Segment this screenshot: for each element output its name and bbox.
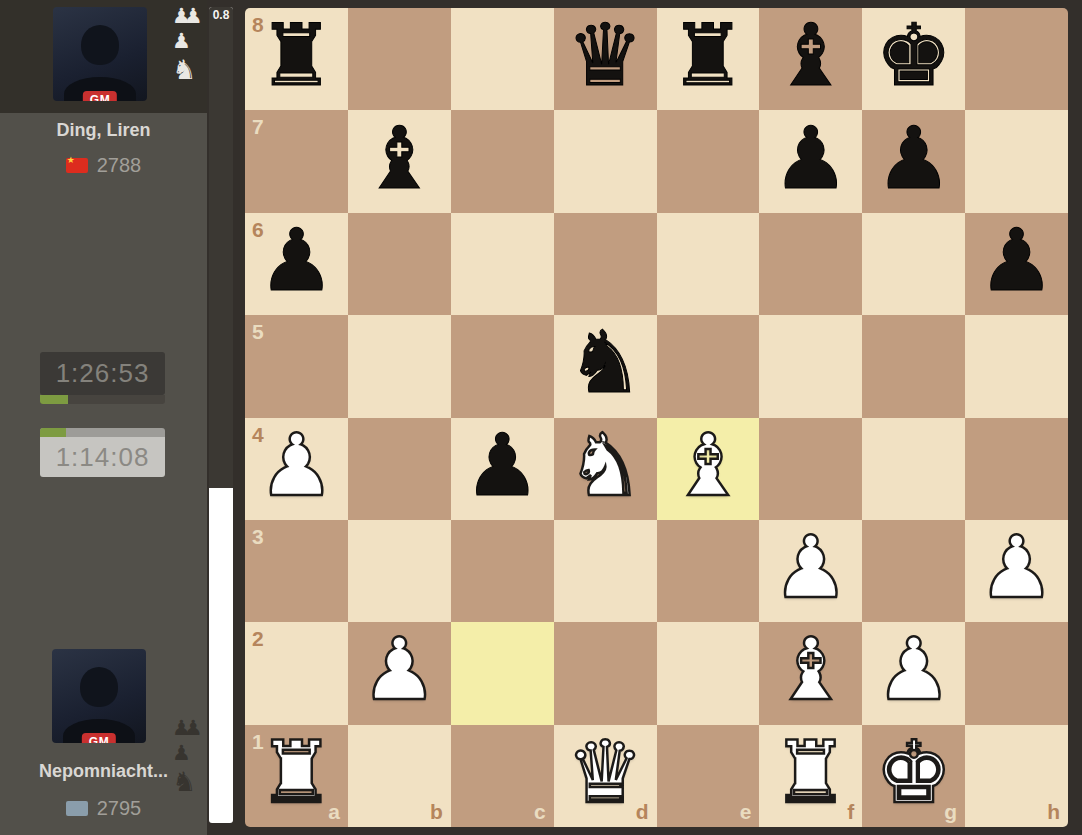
- piece-black-queen[interactable]: ♛: [567, 12, 644, 98]
- file-label-c: c: [534, 801, 546, 822]
- neutral-flag-icon: [66, 801, 88, 816]
- top-player-time-progressbar: [40, 395, 165, 404]
- square-g4[interactable]: [862, 418, 965, 520]
- square-b4[interactable]: [348, 418, 451, 520]
- top-player-clock: 1:26:53: [40, 352, 165, 395]
- square-b7[interactable]: ♝: [348, 110, 451, 212]
- captured-pawn-x2-icon: ♟♟: [172, 6, 196, 27]
- square-b3[interactable]: [348, 520, 451, 622]
- square-c7[interactable]: [451, 110, 554, 212]
- piece-white-pawn[interactable]: ♟: [978, 524, 1055, 610]
- avatar-silhouette-head: [81, 25, 119, 65]
- piece-white-pawn[interactable]: ♟: [875, 626, 952, 712]
- top-player-rating: 2788: [97, 154, 142, 177]
- square-f8[interactable]: ♝: [759, 8, 862, 110]
- file-label-h: h: [1047, 801, 1060, 822]
- square-a1[interactable]: 1a♜: [245, 725, 348, 827]
- top-player-flag-rating: ★ 2788: [0, 154, 207, 177]
- bottom-player-title-badge: GM: [82, 733, 116, 743]
- square-g3[interactable]: [862, 520, 965, 622]
- square-d4[interactable]: ♞: [554, 418, 657, 520]
- square-e3[interactable]: [657, 520, 760, 622]
- square-a4[interactable]: 4♟: [245, 418, 348, 520]
- square-c3[interactable]: [451, 520, 554, 622]
- captured-knight-icon: ♞: [172, 56, 189, 83]
- bottom-player-avatar: GM: [52, 649, 146, 743]
- piece-black-king[interactable]: ♚: [875, 12, 952, 98]
- square-d6[interactable]: [554, 213, 657, 315]
- square-e7[interactable]: [657, 110, 760, 212]
- square-c5[interactable]: [451, 315, 554, 417]
- piece-black-knight[interactable]: ♞: [567, 319, 644, 405]
- square-h3[interactable]: ♟: [965, 520, 1068, 622]
- top-player-avatar: GM: [53, 7, 147, 101]
- avatar-silhouette-head: [80, 667, 118, 707]
- square-e2[interactable]: [657, 622, 760, 724]
- square-f6[interactable]: [759, 213, 862, 315]
- bottom-player-captured-pieces: ♟♟♟♞: [172, 718, 206, 795]
- top-player-time-fill: [40, 395, 68, 404]
- square-b2[interactable]: ♟: [348, 622, 451, 724]
- square-b5[interactable]: [348, 315, 451, 417]
- bottom-player-time-progressbar: [40, 428, 165, 437]
- square-d5[interactable]: ♞: [554, 315, 657, 417]
- evaluation-value: 0.8: [209, 8, 233, 22]
- square-c6[interactable]: [451, 213, 554, 315]
- square-d1[interactable]: d♛: [554, 725, 657, 827]
- piece-white-knight[interactable]: ♞: [567, 422, 644, 508]
- square-g8[interactable]: ♚: [862, 8, 965, 110]
- top-player-captured-pieces: ♟♟♟♞: [172, 6, 206, 83]
- china-flag-icon: ★: [66, 158, 88, 173]
- captured-pawn-x2-icon: ♟♟: [172, 718, 196, 739]
- top-player-title-badge: GM: [83, 91, 117, 101]
- piece-black-rook[interactable]: ♜: [669, 12, 746, 98]
- piece-white-queen[interactable]: ♛: [567, 729, 644, 815]
- piece-white-king[interactable]: ♚: [875, 729, 952, 815]
- square-f3[interactable]: ♟: [759, 520, 862, 622]
- rank-label-5: 5: [252, 321, 264, 342]
- square-e4[interactable]: ♝: [657, 418, 760, 520]
- piece-white-pawn[interactable]: ♟: [772, 524, 849, 610]
- square-f4[interactable]: [759, 418, 862, 520]
- file-label-b: b: [430, 801, 443, 822]
- file-label-e: e: [740, 801, 752, 822]
- square-f1[interactable]: f♜: [759, 725, 862, 827]
- square-h8[interactable]: [965, 8, 1068, 110]
- square-h5[interactable]: [965, 315, 1068, 417]
- bottom-player-time-fill: [40, 428, 66, 437]
- square-a8[interactable]: 8♜: [245, 8, 348, 110]
- bottom-player-name: Nepomniacht...: [0, 761, 207, 782]
- square-h1[interactable]: h: [965, 725, 1068, 827]
- piece-black-pawn[interactable]: ♟: [258, 217, 335, 303]
- piece-black-bishop[interactable]: ♝: [772, 12, 849, 98]
- evaluation-bar: [209, 7, 233, 823]
- piece-white-rook[interactable]: ♜: [772, 729, 849, 815]
- square-a3[interactable]: 3: [245, 520, 348, 622]
- chess-broadcast-app: GM ♟♟♟♞ Ding, Liren ★ 2788 1:26:53 1:14:…: [0, 0, 1082, 835]
- piece-white-bishop[interactable]: ♝: [669, 422, 746, 508]
- square-a7[interactable]: 7: [245, 110, 348, 212]
- piece-black-bishop[interactable]: ♝: [361, 115, 438, 201]
- bottom-player-flag-rating: 2795: [0, 797, 207, 820]
- square-d3[interactable]: [554, 520, 657, 622]
- square-d7[interactable]: [554, 110, 657, 212]
- piece-black-pawn[interactable]: ♟: [875, 115, 952, 201]
- square-g5[interactable]: [862, 315, 965, 417]
- sidebar: GM ♟♟♟♞ Ding, Liren ★ 2788 1:26:53 1:14:…: [0, 0, 207, 835]
- square-f5[interactable]: [759, 315, 862, 417]
- square-b6[interactable]: [348, 213, 451, 315]
- top-player-name: Ding, Liren: [0, 120, 207, 141]
- square-e1[interactable]: e: [657, 725, 760, 827]
- square-h6[interactable]: ♟: [965, 213, 1068, 315]
- piece-white-pawn[interactable]: ♟: [258, 422, 335, 508]
- square-f7[interactable]: ♟: [759, 110, 862, 212]
- chess-board: 8♜♛♜♝♚7♝♟♟6♟♟5♞4♟♟♞♝3♟♟2♟♝♟1a♜bcd♛ef♜g♚h: [245, 8, 1068, 827]
- piece-black-pawn[interactable]: ♟: [772, 115, 849, 201]
- square-f2[interactable]: ♝: [759, 622, 862, 724]
- bottom-player-rating: 2795: [97, 797, 142, 820]
- square-a2[interactable]: 2: [245, 622, 348, 724]
- square-g1[interactable]: g♚: [862, 725, 965, 827]
- square-c1[interactable]: c: [451, 725, 554, 827]
- square-h2[interactable]: [965, 622, 1068, 724]
- square-c8[interactable]: [451, 8, 554, 110]
- rank-label-7: 7: [252, 116, 264, 137]
- square-c2[interactable]: [451, 622, 554, 724]
- square-e5[interactable]: [657, 315, 760, 417]
- square-h7[interactable]: [965, 110, 1068, 212]
- square-a5[interactable]: 5: [245, 315, 348, 417]
- piece-white-rook[interactable]: ♜: [258, 729, 335, 815]
- square-a6[interactable]: 6♟: [245, 213, 348, 315]
- square-e8[interactable]: ♜: [657, 8, 760, 110]
- rank-label-3: 3: [252, 526, 264, 547]
- evaluation-bar-black-section: [209, 7, 233, 488]
- square-g7[interactable]: ♟: [862, 110, 965, 212]
- square-d2[interactable]: [554, 622, 657, 724]
- square-c4[interactable]: ♟: [451, 418, 554, 520]
- piece-black-pawn[interactable]: ♟: [978, 217, 1055, 303]
- square-b1[interactable]: b: [348, 725, 451, 827]
- square-g6[interactable]: [862, 213, 965, 315]
- square-b8[interactable]: [348, 8, 451, 110]
- square-g2[interactable]: ♟: [862, 622, 965, 724]
- piece-white-pawn[interactable]: ♟: [361, 626, 438, 712]
- piece-black-rook[interactable]: ♜: [258, 12, 335, 98]
- square-d8[interactable]: ♛: [554, 8, 657, 110]
- rank-label-2: 2: [252, 628, 264, 649]
- piece-black-pawn[interactable]: ♟: [464, 422, 541, 508]
- square-h4[interactable]: [965, 418, 1068, 520]
- piece-white-bishop[interactable]: ♝: [772, 626, 849, 712]
- square-e6[interactable]: [657, 213, 760, 315]
- captured-pawn-icon: ♟: [172, 31, 184, 52]
- bottom-player-clock: 1:14:08: [40, 437, 165, 477]
